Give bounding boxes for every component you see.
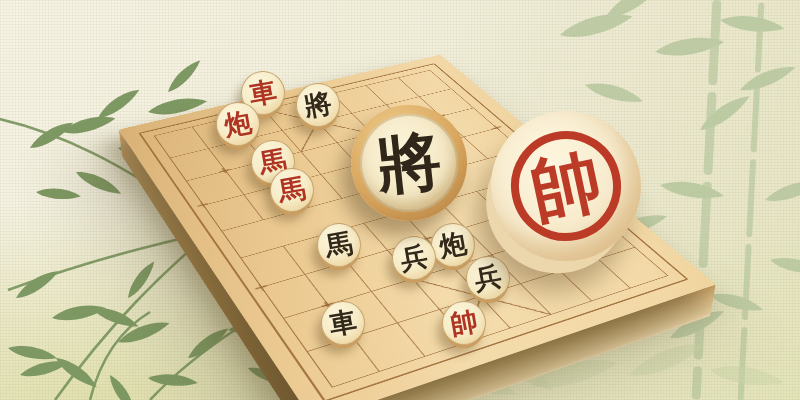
- piece-black-general[interactable]: 將: [296, 83, 340, 127]
- piece-face: 帥: [501, 121, 631, 251]
- piece-character: 炮: [214, 100, 262, 148]
- piece-black-horse[interactable]: 馬: [317, 223, 361, 267]
- piece-character: 帥: [510, 130, 621, 241]
- piece-character: 兵: [390, 234, 438, 282]
- pieces-layer: 車將炮馬馬馬炮兵兵車帥將帥: [0, 0, 800, 400]
- piece-face: 將: [360, 114, 458, 212]
- piece-red-marshal[interactable]: 帥: [442, 301, 486, 345]
- piece-character: 馬: [315, 221, 363, 269]
- piece-red-cannon[interactable]: 炮: [216, 102, 260, 146]
- scene-stage: 車將炮馬馬馬炮兵兵車帥將帥: [0, 0, 800, 400]
- piece-character: 車: [319, 299, 367, 347]
- piece-giant-black-general[interactable]: 將: [351, 105, 467, 221]
- piece-character: 馬: [268, 166, 316, 214]
- piece-character: 將: [294, 81, 342, 129]
- piece-red-horse-2[interactable]: 馬: [270, 168, 314, 212]
- piece-character: 兵: [464, 254, 512, 302]
- piece-character: 將: [355, 109, 463, 217]
- piece-black-chariot[interactable]: 車: [321, 301, 365, 345]
- piece-black-soldier[interactable]: 兵: [392, 236, 436, 280]
- piece-giant-red-marshal[interactable]: 帥: [477, 97, 655, 275]
- piece-character: 帥: [440, 299, 488, 347]
- piece-black-soldier-2[interactable]: 兵: [466, 256, 510, 300]
